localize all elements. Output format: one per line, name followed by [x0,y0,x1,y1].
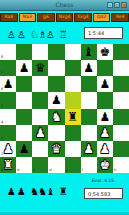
captured-piece-icon: ♖ [59,30,68,40]
board-square-b2[interactable]: ♟ [16,141,32,157]
board-square-a1[interactable]: 1a♜ [0,157,16,173]
white-queen: ♛ [51,143,62,155]
minimize-button[interactable]: – [107,2,113,8]
board-square-b8[interactable] [16,44,32,60]
file-label: f [82,169,83,173]
file-label: b [17,169,19,173]
black-pawn: ♟ [99,78,110,90]
window-controls: –▫× [107,2,127,8]
black-bishop: ♝ [83,46,94,58]
board-square-h5[interactable] [113,92,129,108]
board-square-a2[interactable]: 2♟ [0,141,16,157]
board-square-g8[interactable]: ♚ [97,44,113,60]
board-square-e8[interactable] [65,44,81,60]
rank-label: 4 [1,121,3,125]
black-pawn: ♟ [3,78,14,90]
rank-label: 5 [1,105,3,109]
rank-label: 8 [1,56,3,60]
board-square-h1[interactable]: h [113,157,129,173]
board-square-f3[interactable] [81,125,97,141]
rank-label: 7 [1,72,3,76]
board-square-a6[interactable]: 6♟ [0,76,16,92]
board-square-h6[interactable] [113,76,129,92]
board-square-g6[interactable]: ♟ [97,76,113,92]
titlebar[interactable]: Chess –▫× [0,0,129,11]
move-button-Nxg4[interactable]: Nxg4 [56,13,74,22]
board-square-b7[interactable]: ♟ [16,60,32,76]
white-king: ♚ [99,159,110,171]
white-rook: ♜ [3,159,14,171]
window-bottom-edge [0,212,129,215]
board-square-f2[interactable]: ♟ [81,141,97,157]
white-pawn: ♟ [99,143,110,155]
board-square-d4[interactable]: ♞ [48,109,64,125]
black-clock: 1:5:44 [84,27,123,39]
board-square-b5[interactable] [16,92,32,108]
board-square-c3[interactable]: ♟ [32,125,48,141]
board-square-h2[interactable] [113,141,129,157]
board-square-b1[interactable]: b [16,157,32,173]
board-square-d3[interactable] [48,125,64,141]
move-button-Re4[interactable]: Re4 [111,13,129,22]
board-square-h8[interactable] [113,44,129,60]
board-square-g2[interactable]: ♟ [97,141,113,157]
board-square-d7[interactable] [48,60,64,76]
window-title: Chess [56,2,74,8]
board-square-c1[interactable]: c [32,157,48,173]
rank-label: 3 [1,137,3,141]
move-button-g6[interactable]: g6 [37,13,55,22]
board-square-e6[interactable] [65,76,81,92]
white-clock-value: 0:54.583 [88,191,110,197]
captured-piece-icon: ♙ [7,30,16,40]
board-square-e2[interactable] [65,141,81,157]
black-king: ♚ [99,46,110,58]
black-rook: ♜ [67,111,78,123]
file-label: e [66,169,68,173]
black-pawn: ♟ [83,62,94,74]
captured-piece-icon: ♟ [7,187,16,197]
black-pawn: ♟ [19,62,30,74]
captured-piece-icon: ♜ [59,187,68,197]
board-square-f6[interactable] [81,76,97,92]
captured-piece-icon: ♙ [17,30,26,40]
board-square-a7[interactable]: 7 [0,60,16,76]
white-pawn: ♟ [83,143,94,155]
board-square-f1[interactable]: f [81,157,97,173]
board-square-c2[interactable] [32,141,48,157]
maximize-button[interactable]: ▫ [114,2,120,8]
captured-piece-icon: ♙ [46,30,55,40]
board-square-e1[interactable]: e [65,157,81,173]
eval-label: Eval: 4.15 [80,179,126,184]
board-square-g1[interactable]: g♚ [97,157,113,173]
board-square-d8[interactable] [48,44,64,60]
captured-black-pieces-tray: ♟♟♞♞♝♜ [7,184,68,197]
board-square-d5[interactable]: ♟ [48,92,64,108]
board-square-c8[interactable] [32,44,48,60]
captured-piece-icon: ♝ [46,187,55,197]
board-square-d2[interactable]: ♛ [48,141,64,157]
black-clock-value: 1:5:44 [88,30,104,36]
board-square-f5[interactable] [81,92,97,108]
board-square-d6[interactable] [48,76,64,92]
white-clock: 0:54.583 [84,188,123,199]
white-pawn: ♟ [35,127,46,139]
board-square-g7[interactable] [97,60,113,76]
board-square-c4[interactable] [32,109,48,125]
board-square-f8[interactable]: ♝ [81,44,97,60]
move-button-hxg4[interactable]: hxg4 [74,13,92,22]
black-pawn: ♟ [19,143,30,155]
board-square-d1[interactable]: d [48,157,64,173]
file-label: c [33,169,35,173]
move-history-bar: Ra8Na3g6Nxg4hxg4Qd2Re4 [0,13,129,22]
board-square-a8[interactable]: 8 [0,44,16,60]
board-square-a4[interactable]: 4 [0,109,16,125]
board-square-a3[interactable]: 3 [0,125,16,141]
board-square-b3[interactable] [16,125,32,141]
white-pawn: ♟ [3,143,14,155]
chess-board: 8♝♚7♟♛♟6♟♟5♟4♞♜♟3♟♟2♟♟♛♟♟1a♜bcdefg♚h [0,44,129,173]
white-pawn: ♟ [99,127,110,139]
board-square-f4[interactable] [81,109,97,125]
board-square-g3[interactable]: ♟ [97,125,113,141]
captured-white-pieces-tray: ♙♙♘♗♙♖ [7,27,68,40]
close-button[interactable]: × [121,2,127,8]
file-label: d [49,169,51,173]
move-button-Na3[interactable]: Na3 [19,13,37,22]
board-square-b6[interactable] [16,76,32,92]
board-square-e5[interactable] [65,92,81,108]
board-square-a5[interactable]: 5 [0,92,16,108]
board-square-c7[interactable]: ♛ [32,60,48,76]
board-square-f7[interactable]: ♟ [81,60,97,76]
board-square-h3[interactable] [113,125,129,141]
board-square-e4[interactable]: ♜ [65,109,81,125]
board-square-c5[interactable] [32,92,48,108]
board-square-b4[interactable] [16,109,32,125]
move-button-Ra8[interactable]: Ra8 [0,13,18,22]
white-knight: ♞ [51,111,62,123]
board-square-g4[interactable]: ♟ [97,109,113,125]
board-square-g5[interactable] [97,92,113,108]
move-button-Qd2[interactable]: Qd2 [93,13,111,22]
captured-piece-icon: ♟ [17,187,26,197]
board-square-e7[interactable] [65,60,81,76]
black-pawn: ♟ [51,94,62,106]
black-pawn: ♟ [99,111,110,123]
board-square-e3[interactable] [65,125,81,141]
black-queen: ♛ [35,62,46,74]
file-label: h [114,169,116,173]
board-square-h7[interactable] [113,60,129,76]
board-square-c6[interactable] [32,76,48,92]
board-square-h4[interactable] [113,109,129,125]
